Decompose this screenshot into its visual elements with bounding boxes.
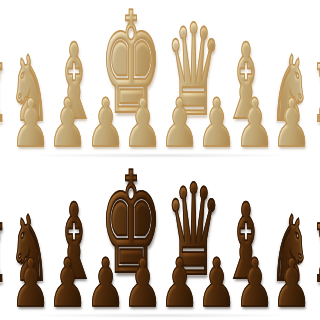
light-chess-set: ♜♞♝♚♛♝♞♜ ♟♟♟♟♟♟♟♟ [0,2,320,158]
piece-dark-pawn-4: ♟ [160,249,199,316]
piece-dark-pawn-2: ♟ [86,249,125,316]
dark-set-front-row: ♟♟♟♟♟♟♟♟ [0,270,320,316]
piece-light-pawn-5: ♟ [197,89,236,156]
piece-dark-pawn-5: ♟ [197,249,236,316]
piece-light-pawn-7: ♟ [272,89,311,156]
piece-light-pawn-0: ♟ [11,89,50,156]
piece-light-pawn-1: ♟ [48,89,87,156]
piece-dark-pawn-3: ♟ [123,249,162,316]
piece-light-pawn-4: ♟ [160,89,199,156]
chess-sets-photo: ♜♞♝♚♛♝♞♜ ♟♟♟♟♟♟♟♟ ♜♞♝♚♛♝♞♜ ♟♟♟♟♟♟♟♟ [0,0,320,320]
piece-dark-pawn-6: ♟ [235,249,274,316]
piece-light-pawn-6: ♟ [235,89,274,156]
piece-dark-pawn-0: ♟ [11,249,50,316]
dark-chess-set: ♜♞♝♚♛♝♞♜ ♟♟♟♟♟♟♟♟ [0,164,320,318]
piece-dark-pawn-7: ♟ [272,249,311,316]
piece-dark-pawn-1: ♟ [48,249,87,316]
